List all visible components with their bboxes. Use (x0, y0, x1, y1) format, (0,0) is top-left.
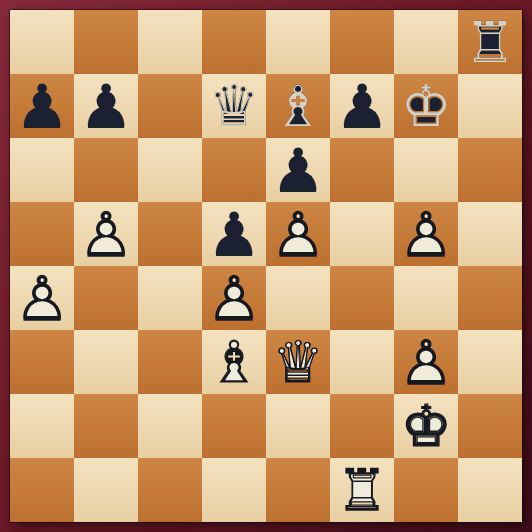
black-queen-glyph-detail: ♕ (202, 74, 266, 138)
square-c7[interactable] (138, 74, 202, 138)
white-rook[interactable]: ♜♖ (330, 458, 394, 522)
square-h6[interactable] (458, 138, 522, 202)
white-rook-glyph-fill: ♜ (330, 458, 394, 522)
square-c4[interactable] (138, 266, 202, 330)
white-pawn[interactable]: ♟♙ (10, 266, 74, 330)
white-pawn[interactable]: ♟♙ (394, 202, 458, 266)
white-queen[interactable]: ♛♕ (266, 330, 330, 394)
white-pawn[interactable]: ♟♙ (74, 202, 138, 266)
square-h2[interactable] (458, 394, 522, 458)
square-g4[interactable] (394, 266, 458, 330)
white-pawn-glyph-fill: ♟ (394, 202, 458, 266)
white-bishop-glyph-fill: ♝ (202, 330, 266, 394)
white-pawn-glyph-fill: ♟ (394, 330, 458, 394)
white-pawn-glyph-outline: ♙ (202, 266, 266, 330)
square-f5[interactable] (330, 202, 394, 266)
white-pawn[interactable]: ♟♙ (266, 202, 330, 266)
square-b4[interactable] (74, 266, 138, 330)
square-d5[interactable]: ♟ (202, 202, 266, 266)
white-pawn-glyph-outline: ♙ (394, 330, 458, 394)
white-king-glyph-outline: ♔ (394, 394, 458, 458)
black-pawn[interactable]: ♟ (330, 74, 394, 138)
black-pawn-glyph-fill: ♟ (266, 138, 330, 202)
square-g3[interactable]: ♟♙ (394, 330, 458, 394)
black-pawn-glyph-fill: ♟ (74, 74, 138, 138)
black-queen-glyph-fill: ♛ (202, 74, 266, 138)
square-d7[interactable]: ♛♕ (202, 74, 266, 138)
square-d3[interactable]: ♝♗ (202, 330, 266, 394)
square-f7[interactable]: ♟ (330, 74, 394, 138)
white-bishop-glyph-outline: ♗ (202, 330, 266, 394)
square-c5[interactable] (138, 202, 202, 266)
square-b8[interactable] (74, 10, 138, 74)
square-a2[interactable] (10, 394, 74, 458)
white-pawn-glyph-fill: ♟ (10, 266, 74, 330)
white-pawn[interactable]: ♟♙ (202, 266, 266, 330)
square-a3[interactable] (10, 330, 74, 394)
square-c3[interactable] (138, 330, 202, 394)
black-queen[interactable]: ♛♕ (202, 74, 266, 138)
square-a8[interactable] (10, 10, 74, 74)
black-bishop[interactable]: ♝♗ (266, 74, 330, 138)
white-pawn-glyph-outline: ♙ (266, 202, 330, 266)
square-b1[interactable] (74, 458, 138, 522)
square-h5[interactable] (458, 202, 522, 266)
white-bishop[interactable]: ♝♗ (202, 330, 266, 394)
square-c6[interactable] (138, 138, 202, 202)
square-c2[interactable] (138, 394, 202, 458)
white-pawn-glyph-outline: ♙ (74, 202, 138, 266)
square-f3[interactable] (330, 330, 394, 394)
square-a4[interactable]: ♟♙ (10, 266, 74, 330)
chess-board: ♜♖♟♟♛♕♝♗♟♚♔♟♟♙♟♟♙♟♙♟♙♟♙♝♗♛♕♟♙♚♔♜♖ (10, 10, 522, 522)
square-h4[interactable] (458, 266, 522, 330)
square-f4[interactable] (330, 266, 394, 330)
white-pawn-glyph-fill: ♟ (74, 202, 138, 266)
square-g2[interactable]: ♚♔ (394, 394, 458, 458)
square-b2[interactable] (74, 394, 138, 458)
black-pawn-glyph-fill: ♟ (330, 74, 394, 138)
square-f1[interactable]: ♜♖ (330, 458, 394, 522)
square-b5[interactable]: ♟♙ (74, 202, 138, 266)
square-g5[interactable]: ♟♙ (394, 202, 458, 266)
board-frame: ♜♖♟♟♛♕♝♗♟♚♔♟♟♙♟♟♙♟♙♟♙♟♙♝♗♛♕♟♙♚♔♜♖ (0, 0, 532, 532)
square-e6[interactable]: ♟ (266, 138, 330, 202)
square-d1[interactable] (202, 458, 266, 522)
square-g7[interactable]: ♚♔ (394, 74, 458, 138)
square-f8[interactable] (330, 10, 394, 74)
white-pawn-glyph-fill: ♟ (202, 266, 266, 330)
square-b3[interactable] (74, 330, 138, 394)
square-d4[interactable]: ♟♙ (202, 266, 266, 330)
square-g1[interactable] (394, 458, 458, 522)
square-a5[interactable] (10, 202, 74, 266)
square-b6[interactable] (74, 138, 138, 202)
square-h1[interactable] (458, 458, 522, 522)
square-e7[interactable]: ♝♗ (266, 74, 330, 138)
square-a6[interactable] (10, 138, 74, 202)
square-c1[interactable] (138, 458, 202, 522)
black-bishop-glyph-fill: ♝ (266, 74, 330, 138)
white-pawn-glyph-outline: ♙ (394, 202, 458, 266)
black-pawn[interactable]: ♟ (202, 202, 266, 266)
square-f2[interactable] (330, 394, 394, 458)
square-d6[interactable] (202, 138, 266, 202)
square-e3[interactable]: ♛♕ (266, 330, 330, 394)
square-d2[interactable] (202, 394, 266, 458)
square-e2[interactable] (266, 394, 330, 458)
black-bishop-glyph-detail: ♗ (266, 74, 330, 138)
square-d8[interactable] (202, 10, 266, 74)
square-h3[interactable] (458, 330, 522, 394)
square-a7[interactable]: ♟ (10, 74, 74, 138)
square-h7[interactable] (458, 74, 522, 138)
black-pawn-glyph-fill: ♟ (202, 202, 266, 266)
black-rook-glyph-detail: ♖ (458, 10, 522, 74)
black-pawn[interactable]: ♟ (266, 138, 330, 202)
black-pawn[interactable]: ♟ (10, 74, 74, 138)
square-e8[interactable] (266, 10, 330, 74)
white-rook-glyph-outline: ♖ (330, 458, 394, 522)
square-a1[interactable] (10, 458, 74, 522)
square-f6[interactable] (330, 138, 394, 202)
square-g8[interactable] (394, 10, 458, 74)
white-pawn[interactable]: ♟♙ (394, 330, 458, 394)
white-queen-glyph-fill: ♛ (266, 330, 330, 394)
white-king-glyph-fill: ♚ (394, 394, 458, 458)
white-king[interactable]: ♚♔ (394, 394, 458, 458)
square-b7[interactable]: ♟ (74, 74, 138, 138)
white-pawn-glyph-outline: ♙ (10, 266, 74, 330)
square-h8[interactable]: ♜♖ (458, 10, 522, 74)
white-queen-glyph-outline: ♕ (266, 330, 330, 394)
black-rook-glyph-fill: ♜ (458, 10, 522, 74)
black-king-glyph-fill: ♚ (394, 74, 458, 138)
square-e4[interactable] (266, 266, 330, 330)
black-king-glyph-detail: ♔ (394, 74, 458, 138)
square-c8[interactable] (138, 10, 202, 74)
black-pawn[interactable]: ♟ (74, 74, 138, 138)
black-king[interactable]: ♚♔ (394, 74, 458, 138)
square-e1[interactable] (266, 458, 330, 522)
white-pawn-glyph-fill: ♟ (266, 202, 330, 266)
square-e5[interactable]: ♟♙ (266, 202, 330, 266)
black-pawn-glyph-fill: ♟ (10, 74, 74, 138)
square-g6[interactable] (394, 138, 458, 202)
black-rook[interactable]: ♜♖ (458, 10, 522, 74)
